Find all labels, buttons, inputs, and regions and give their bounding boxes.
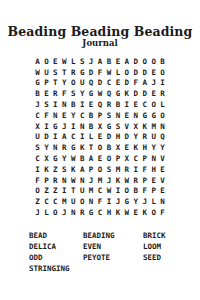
grid-cell: Y bbox=[60, 153, 69, 164]
word-list-item: EVEN bbox=[83, 241, 143, 252]
word-list: BEADDELICAODDSTRINGING BEADINGEVENPEYOTE… bbox=[29, 230, 166, 274]
grid-cell: U bbox=[78, 186, 87, 197]
grid-cell: E bbox=[113, 78, 122, 89]
grid-cell: W bbox=[96, 88, 105, 99]
grid-cell: B bbox=[158, 56, 167, 67]
grid-cell: M bbox=[96, 175, 105, 186]
grid-cell: B bbox=[113, 99, 122, 110]
grid-cell: U bbox=[42, 67, 51, 78]
grid-cell: R bbox=[105, 99, 114, 110]
grid-cell: I bbox=[69, 121, 78, 132]
grid-cell: L bbox=[158, 99, 167, 110]
grid-cell: G bbox=[87, 207, 96, 218]
grid-cell: S bbox=[69, 88, 78, 99]
grid-cell: G bbox=[33, 78, 42, 89]
grid-cell: C bbox=[42, 196, 51, 207]
grid-cell: F bbox=[158, 207, 167, 218]
grid-cell: U bbox=[78, 78, 87, 89]
grid-cell: E bbox=[51, 56, 60, 67]
grid-cell: S bbox=[33, 142, 42, 153]
grid-cell: N bbox=[158, 196, 167, 207]
grid-cell: N bbox=[69, 207, 78, 218]
grid-cell: R bbox=[69, 67, 78, 78]
grid-cell: K bbox=[113, 175, 122, 186]
grid-cell: E bbox=[149, 67, 158, 78]
grid-cell: E bbox=[158, 164, 167, 175]
grid-cell: Q bbox=[158, 132, 167, 143]
grid-cell: M bbox=[113, 164, 122, 175]
grid-cell: L bbox=[113, 67, 122, 78]
grid-cell: D bbox=[105, 132, 114, 143]
grid-cell: V bbox=[158, 153, 167, 164]
grid-cell: R bbox=[78, 207, 87, 218]
grid-cell: K bbox=[140, 121, 149, 132]
word-search-grid: AOEWLSJABEADOOBWUSTRGDFWLODDEOGPTYOUQDCE… bbox=[33, 56, 167, 218]
grid-cell: G bbox=[122, 196, 131, 207]
grid-cell: O bbox=[122, 186, 131, 197]
grid-cell: J bbox=[87, 175, 96, 186]
grid-cell: I bbox=[158, 78, 167, 89]
grid-cell: W bbox=[60, 56, 69, 67]
grid-cell: Y bbox=[158, 142, 167, 153]
grid-cell: G bbox=[69, 142, 78, 153]
grid-cell: W bbox=[105, 186, 114, 197]
grid-cell: I bbox=[33, 164, 42, 175]
grid-cell: E bbox=[122, 110, 131, 121]
grid-cell: K bbox=[140, 207, 149, 218]
grid-cell: S bbox=[105, 164, 114, 175]
grid-cell: F bbox=[140, 164, 149, 175]
grid-cell: O bbox=[51, 207, 60, 218]
grid-cell: E bbox=[87, 99, 96, 110]
grid-cell: D bbox=[122, 132, 131, 143]
grid-cell: A bbox=[122, 56, 131, 67]
grid-cell: P bbox=[96, 110, 105, 121]
grid-cell: C bbox=[105, 78, 114, 89]
grid-cell: S bbox=[51, 67, 60, 78]
grid-cell: D bbox=[42, 132, 51, 143]
grid-cell: E bbox=[149, 175, 158, 186]
grid-cell: O bbox=[149, 207, 158, 218]
grid-cell: O bbox=[149, 99, 158, 110]
grid-cell: Q bbox=[96, 99, 105, 110]
grid-cell: N bbox=[51, 110, 60, 121]
grid-cell: N bbox=[60, 99, 69, 110]
grid-cell: L bbox=[69, 56, 78, 67]
grid-cell: M bbox=[149, 121, 158, 132]
word-list-column: BEADDELICAODDSTRINGING bbox=[29, 230, 83, 274]
grid-cell: A bbox=[140, 78, 149, 89]
grid-cell: M bbox=[60, 196, 69, 207]
grid-cell: P bbox=[42, 175, 51, 186]
grid-cell: D bbox=[131, 67, 140, 78]
grid-cell: Z bbox=[42, 186, 51, 197]
grid-cell: E bbox=[122, 142, 131, 153]
grid-cell: R bbox=[51, 175, 60, 186]
grid-cell: K bbox=[131, 142, 140, 153]
grid-cell: N bbox=[51, 142, 60, 153]
grid-cell: W bbox=[122, 207, 131, 218]
grid-cell: C bbox=[140, 99, 149, 110]
grid-cell: V bbox=[122, 121, 131, 132]
grid-cell: W bbox=[105, 67, 114, 78]
book-title: Beading Beading Beading bbox=[0, 24, 200, 39]
grid-cell: B bbox=[33, 88, 42, 99]
grid-cell: P bbox=[87, 164, 96, 175]
grid-cell: Y bbox=[131, 196, 140, 207]
grid-cell: J bbox=[149, 78, 158, 89]
grid-cell: X bbox=[113, 142, 122, 153]
grid-cell: D bbox=[96, 78, 105, 89]
word-list-item: BRICK bbox=[143, 230, 166, 241]
grid-cell: R bbox=[60, 142, 69, 153]
grid-cell: O bbox=[33, 186, 42, 197]
grid-cell: I bbox=[122, 99, 131, 110]
grid-cell: H bbox=[105, 207, 114, 218]
grid-cell: Q bbox=[87, 78, 96, 89]
grid-cell: G bbox=[78, 67, 87, 78]
grid-cell: J bbox=[60, 121, 69, 132]
grid-cell: F bbox=[33, 175, 42, 186]
grid-cell: O bbox=[96, 164, 105, 175]
grid-cell: Q bbox=[105, 88, 114, 99]
grid-cell: E bbox=[96, 153, 105, 164]
grid-cell: L bbox=[87, 132, 96, 143]
grid-cell: X bbox=[96, 121, 105, 132]
grid-cell: I bbox=[42, 121, 51, 132]
grid-cell: N bbox=[78, 175, 87, 186]
grid-cell: O bbox=[158, 110, 167, 121]
grid-cell: C bbox=[33, 110, 42, 121]
grid-cell: O bbox=[140, 56, 149, 67]
word-list-item: ODD bbox=[29, 252, 83, 263]
grid-cell: R bbox=[122, 164, 131, 175]
grid-cell: A bbox=[33, 56, 42, 67]
grid-cell: N bbox=[131, 110, 140, 121]
grid-cell: C bbox=[69, 132, 78, 143]
grid-cell: O bbox=[122, 67, 131, 78]
grid-cell: A bbox=[60, 132, 69, 143]
grid-cell: I bbox=[78, 99, 87, 110]
grid-cell: F bbox=[60, 88, 69, 99]
grid-cell: N bbox=[87, 196, 96, 207]
grid-cell: K bbox=[42, 164, 51, 175]
grid-cell: A bbox=[87, 153, 96, 164]
grid-cell: Y bbox=[149, 142, 158, 153]
grid-cell: N bbox=[78, 121, 87, 132]
grid-cell: F bbox=[96, 67, 105, 78]
grid-cell: B bbox=[105, 142, 114, 153]
grid-cell: J bbox=[113, 196, 122, 207]
grid-cell: D bbox=[131, 56, 140, 67]
grid-cell: D bbox=[87, 67, 96, 78]
grid-cell: X bbox=[33, 121, 42, 132]
grid-cell: I bbox=[51, 99, 60, 110]
grid-cell: X bbox=[131, 121, 140, 132]
word-list-item: DELICA bbox=[29, 241, 83, 252]
grid-cell: P bbox=[42, 78, 51, 89]
grid-cell: D bbox=[122, 78, 131, 89]
grid-cell: G bbox=[51, 153, 60, 164]
grid-cell: R bbox=[51, 88, 60, 99]
grid-cell: C bbox=[131, 153, 140, 164]
grid-cell: Z bbox=[51, 186, 60, 197]
word-list-item: SEED bbox=[143, 252, 166, 263]
book-cover: Beading Beading Beading Journal AOEWLSJA… bbox=[0, 0, 200, 300]
grid-cell: N bbox=[113, 110, 122, 121]
grid-cell: L bbox=[149, 196, 158, 207]
grid-cell: E bbox=[60, 110, 69, 121]
grid-cell: O bbox=[105, 153, 114, 164]
grid-cell: E bbox=[149, 88, 158, 99]
grid-cell: L bbox=[42, 207, 51, 218]
grid-cell: G bbox=[113, 88, 122, 99]
grid-cell: W bbox=[122, 175, 131, 186]
grid-cell: W bbox=[33, 67, 42, 78]
grid-cell: X bbox=[42, 153, 51, 164]
grid-cell: B bbox=[78, 153, 87, 164]
grid-cell: Z bbox=[51, 164, 60, 175]
grid-cell: K bbox=[69, 164, 78, 175]
grid-cell: T bbox=[51, 78, 60, 89]
grid-cell: S bbox=[105, 110, 114, 121]
grid-cell: O bbox=[69, 78, 78, 89]
grid-cell: F bbox=[96, 196, 105, 207]
grid-cell: J bbox=[105, 175, 114, 186]
grid-cell: C bbox=[78, 110, 87, 121]
grid-cell: U bbox=[149, 132, 158, 143]
grid-cell: J bbox=[140, 196, 149, 207]
grid-cell: N bbox=[158, 121, 167, 132]
word-list-column: BEADINGEVENPEYOTE bbox=[83, 230, 143, 274]
grid-cell: C bbox=[51, 196, 60, 207]
grid-cell: I bbox=[105, 196, 114, 207]
grid-cell: A bbox=[96, 56, 105, 67]
grid-cell: B bbox=[69, 99, 78, 110]
grid-cell: P bbox=[140, 175, 149, 186]
grid-cell: D bbox=[140, 88, 149, 99]
word-list-column: BRICKLOOMSEED bbox=[143, 230, 166, 274]
grid-cell: E bbox=[96, 132, 105, 143]
grid-cell: G bbox=[51, 121, 60, 132]
grid-cell: O bbox=[78, 196, 87, 207]
grid-cell: T bbox=[60, 67, 69, 78]
grid-cell: S bbox=[78, 56, 87, 67]
grid-cell: E bbox=[131, 207, 140, 218]
grid-cell: H bbox=[113, 132, 122, 143]
book-subtitle: Journal bbox=[0, 38, 200, 48]
grid-cell: Y bbox=[42, 142, 51, 153]
grid-cell: I bbox=[60, 186, 69, 197]
grid-cell: K bbox=[78, 142, 87, 153]
grid-cell: G bbox=[87, 88, 96, 99]
grid-cell: O bbox=[96, 142, 105, 153]
grid-cell: D bbox=[140, 67, 149, 78]
word-list-item: STRINGING bbox=[29, 263, 83, 274]
grid-cell: J bbox=[60, 207, 69, 218]
grid-cell: C bbox=[96, 207, 105, 218]
grid-cell: Y bbox=[60, 78, 69, 89]
grid-cell: F bbox=[131, 78, 140, 89]
grid-cell: E bbox=[158, 186, 167, 197]
grid-cell: Y bbox=[131, 132, 140, 143]
grid-cell: S bbox=[42, 99, 51, 110]
grid-cell: S bbox=[113, 121, 122, 132]
grid-cell: C bbox=[33, 153, 42, 164]
grid-cell: W bbox=[69, 153, 78, 164]
grid-cell: N bbox=[149, 153, 158, 164]
word-list-item: BEAD bbox=[29, 230, 83, 241]
grid-cell: T bbox=[69, 186, 78, 197]
word-list-item: PEYOTE bbox=[83, 252, 143, 263]
grid-cell: I bbox=[131, 164, 140, 175]
grid-cell: R bbox=[158, 88, 167, 99]
grid-cell: V bbox=[158, 175, 167, 186]
grid-cell: Y bbox=[78, 88, 87, 99]
grid-cell: I bbox=[113, 186, 122, 197]
grid-cell: B bbox=[105, 56, 114, 67]
grid-cell: B bbox=[87, 110, 96, 121]
grid-cell: R bbox=[140, 132, 149, 143]
grid-cell: F bbox=[42, 110, 51, 121]
grid-cell: F bbox=[140, 186, 149, 197]
grid-cell: I bbox=[78, 132, 87, 143]
grid-cell: J bbox=[33, 207, 42, 218]
grid-cell: B bbox=[87, 121, 96, 132]
grid-cell: A bbox=[78, 164, 87, 175]
grid-cell: B bbox=[131, 186, 140, 197]
word-list-item: LOOM bbox=[143, 241, 166, 252]
grid-cell: K bbox=[113, 207, 122, 218]
grid-cell: G bbox=[140, 110, 149, 121]
grid-cell: W bbox=[69, 175, 78, 186]
grid-cell: P bbox=[149, 186, 158, 197]
grid-cell: S bbox=[60, 164, 69, 175]
grid-cell: T bbox=[87, 142, 96, 153]
grid-cell: O bbox=[158, 67, 167, 78]
word-list-item: BEADING bbox=[83, 230, 143, 241]
grid-cell: G bbox=[105, 121, 114, 132]
grid-cell: I bbox=[51, 132, 60, 143]
grid-cell: Z bbox=[33, 196, 42, 207]
grid-cell: X bbox=[122, 153, 131, 164]
grid-cell: R bbox=[131, 175, 140, 186]
grid-cell: N bbox=[60, 175, 69, 186]
grid-cell: P bbox=[140, 153, 149, 164]
grid-cell: C bbox=[96, 186, 105, 197]
grid-cell: U bbox=[69, 196, 78, 207]
grid-cell: Y bbox=[69, 110, 78, 121]
grid-cell: P bbox=[113, 153, 122, 164]
grid-cell: E bbox=[113, 56, 122, 67]
grid-cell: D bbox=[131, 88, 140, 99]
grid-cell: K bbox=[122, 88, 131, 99]
grid-cell: H bbox=[149, 164, 158, 175]
grid-cell: J bbox=[33, 99, 42, 110]
grid-cell: J bbox=[87, 56, 96, 67]
grid-cell: G bbox=[149, 110, 158, 121]
grid-cell: E bbox=[131, 99, 140, 110]
grid-cell: E bbox=[42, 88, 51, 99]
grid-cell: O bbox=[42, 56, 51, 67]
grid-cell: M bbox=[87, 186, 96, 197]
grid-cell: H bbox=[140, 142, 149, 153]
grid-cell: O bbox=[149, 56, 158, 67]
grid-cell: U bbox=[33, 132, 42, 143]
